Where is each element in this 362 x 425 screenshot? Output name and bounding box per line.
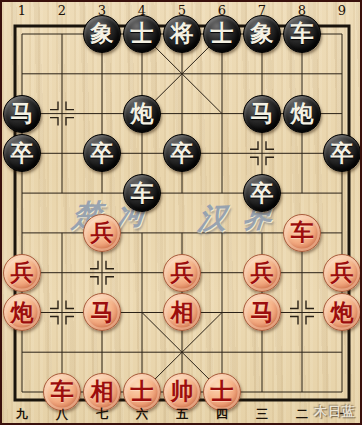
board-point-h4[interactable]: 车 <box>282 213 322 253</box>
board-point-g6[interactable] <box>242 133 282 173</box>
piece-red-cannon[interactable]: 炮 <box>3 293 41 331</box>
board-point-g1[interactable] <box>242 332 282 372</box>
file-label-bottom-2: 八 <box>42 406 82 422</box>
board-point-i3[interactable]: 兵 <box>322 253 362 293</box>
piece-red-cannon[interactable]: 炮 <box>323 293 361 331</box>
xiangqi-board: 123456789 楚河 汉界 象士将士象车马炮马炮卒卒卒卒车卒兵车兵兵兵兵炮马… <box>0 0 362 425</box>
board-point-i6[interactable]: 卒 <box>322 133 362 173</box>
board-point-e8[interactable] <box>162 54 202 94</box>
board-point-i8[interactable] <box>322 54 362 94</box>
board-point-h9[interactable]: 车 <box>282 14 322 54</box>
board-point-e6[interactable]: 卒 <box>162 133 202 173</box>
board-point-i1[interactable] <box>322 332 362 372</box>
piece-red-soldier[interactable]: 兵 <box>243 254 281 292</box>
board-point-a5[interactable] <box>2 173 42 213</box>
piece-red-elephant[interactable]: 相 <box>163 293 201 331</box>
board-point-a9[interactable] <box>2 14 42 54</box>
board-point-d7[interactable]: 炮 <box>122 94 162 134</box>
board-point-b6[interactable] <box>42 133 82 173</box>
board-point-c5[interactable] <box>82 173 122 213</box>
board-point-h3[interactable] <box>282 253 322 293</box>
board-point-e4[interactable] <box>162 213 202 253</box>
piece-red-soldier[interactable]: 兵 <box>83 214 121 252</box>
piece-black-cannon[interactable]: 炮 <box>123 95 161 133</box>
piece-black-soldier[interactable]: 卒 <box>3 134 41 172</box>
board-point-c7[interactable] <box>82 94 122 134</box>
board-point-g2[interactable]: 马 <box>242 292 282 332</box>
piece-black-soldier[interactable]: 卒 <box>323 134 361 172</box>
board-points-grid: 象士将士象车马炮马炮卒卒卒卒车卒兵车兵兵兵兵炮马相马炮车相士帅士 <box>2 14 362 412</box>
board-point-f8[interactable] <box>202 54 242 94</box>
board-point-c3[interactable] <box>82 253 122 293</box>
board-point-g7[interactable]: 马 <box>242 94 282 134</box>
board-point-g3[interactable]: 兵 <box>242 253 282 293</box>
file-label-bottom-1: 九 <box>2 406 42 422</box>
board-point-h7[interactable]: 炮 <box>282 94 322 134</box>
board-point-c8[interactable] <box>82 54 122 94</box>
board-point-c9[interactable]: 象 <box>82 14 122 54</box>
board-point-g5[interactable]: 卒 <box>242 173 282 213</box>
board-point-a3[interactable]: 兵 <box>2 253 42 293</box>
file-label-bottom-7: 三 <box>242 406 282 422</box>
piece-black-cannon[interactable]: 炮 <box>283 95 321 133</box>
board-point-f1[interactable] <box>202 332 242 372</box>
board-point-g4[interactable] <box>242 213 282 253</box>
piece-red-soldier[interactable]: 兵 <box>163 254 201 292</box>
board-point-a8[interactable] <box>2 54 42 94</box>
board-point-e5[interactable] <box>162 173 202 213</box>
board-point-b3[interactable] <box>42 253 82 293</box>
board-point-d3[interactable] <box>122 253 162 293</box>
board-point-d1[interactable] <box>122 332 162 372</box>
board-point-f7[interactable] <box>202 94 242 134</box>
board-point-g8[interactable] <box>242 54 282 94</box>
piece-red-soldier[interactable]: 兵 <box>3 254 41 292</box>
board-point-a4[interactable] <box>2 213 42 253</box>
board-point-h2[interactable] <box>282 292 322 332</box>
piece-red-horse[interactable]: 马 <box>243 293 281 331</box>
board-point-h5[interactable] <box>282 173 322 213</box>
piece-black-soldier[interactable]: 卒 <box>163 134 201 172</box>
board-point-f6[interactable] <box>202 133 242 173</box>
board-point-e7[interactable] <box>162 94 202 134</box>
board-point-c1[interactable] <box>82 332 122 372</box>
board-point-b4[interactable] <box>42 213 82 253</box>
board-point-d8[interactable] <box>122 54 162 94</box>
board-point-e2[interactable]: 相 <box>162 292 202 332</box>
board-point-a7[interactable]: 马 <box>2 94 42 134</box>
watermark: 木日蓝 <box>314 403 356 421</box>
board-point-b8[interactable] <box>42 54 82 94</box>
board-point-h6[interactable] <box>282 133 322 173</box>
piece-black-soldier[interactable]: 卒 <box>243 174 281 212</box>
board-point-e9[interactable]: 将 <box>162 14 202 54</box>
board-point-e1[interactable] <box>162 332 202 372</box>
board-point-i5[interactable] <box>322 173 362 213</box>
piece-red-chariot[interactable]: 车 <box>283 214 321 252</box>
board-point-i4[interactable] <box>322 213 362 253</box>
board-point-b2[interactable] <box>42 292 82 332</box>
file-label-bottom-6: 四 <box>202 406 242 422</box>
board-point-d2[interactable] <box>122 292 162 332</box>
piece-black-elephant[interactable]: 象 <box>83 15 121 53</box>
board-point-a2[interactable]: 炮 <box>2 292 42 332</box>
board-point-i2[interactable]: 炮 <box>322 292 362 332</box>
file-label-bottom-5: 五 <box>162 406 202 422</box>
piece-black-horse[interactable]: 马 <box>3 95 41 133</box>
piece-black-chariot[interactable]: 车 <box>283 15 321 53</box>
piece-red-soldier[interactable]: 兵 <box>323 254 361 292</box>
board-point-b5[interactable] <box>42 173 82 213</box>
board-point-b1[interactable] <box>42 332 82 372</box>
board-point-g9[interactable]: 象 <box>242 14 282 54</box>
board-point-i9[interactable] <box>322 14 362 54</box>
piece-black-advisor[interactable]: 士 <box>123 15 161 53</box>
board-point-d4[interactable] <box>122 213 162 253</box>
piece-red-horse[interactable]: 马 <box>83 293 121 331</box>
board-point-c6[interactable]: 卒 <box>82 133 122 173</box>
piece-black-general[interactable]: 将 <box>163 15 201 53</box>
board-point-b9[interactable] <box>42 14 82 54</box>
board-point-b7[interactable] <box>42 94 82 134</box>
board-point-i7[interactable] <box>322 94 362 134</box>
board-point-f2[interactable] <box>202 292 242 332</box>
board-point-f9[interactable]: 士 <box>202 14 242 54</box>
piece-black-horse[interactable]: 马 <box>243 95 281 133</box>
file-label-bottom-4: 六 <box>122 406 162 422</box>
piece-black-advisor[interactable]: 士 <box>203 15 241 53</box>
board-point-e3[interactable]: 兵 <box>162 253 202 293</box>
board-point-d6[interactable] <box>122 133 162 173</box>
board-point-f5[interactable] <box>202 173 242 213</box>
board-point-c4[interactable]: 兵 <box>82 213 122 253</box>
piece-black-chariot[interactable]: 车 <box>123 174 161 212</box>
board-point-f3[interactable] <box>202 253 242 293</box>
board-point-c2[interactable]: 马 <box>82 292 122 332</box>
board-point-d9[interactable]: 士 <box>122 14 162 54</box>
board-point-h1[interactable] <box>282 332 322 372</box>
file-numbers-bottom: 九八七六五四三二一 <box>2 406 362 422</box>
board-point-a1[interactable] <box>2 332 42 372</box>
board-point-a6[interactable]: 卒 <box>2 133 42 173</box>
board-point-d5[interactable]: 车 <box>122 173 162 213</box>
piece-black-elephant[interactable]: 象 <box>243 15 281 53</box>
file-label-bottom-3: 七 <box>82 406 122 422</box>
piece-black-soldier[interactable]: 卒 <box>83 134 121 172</box>
board-point-h8[interactable] <box>282 54 322 94</box>
board-point-f4[interactable] <box>202 213 242 253</box>
